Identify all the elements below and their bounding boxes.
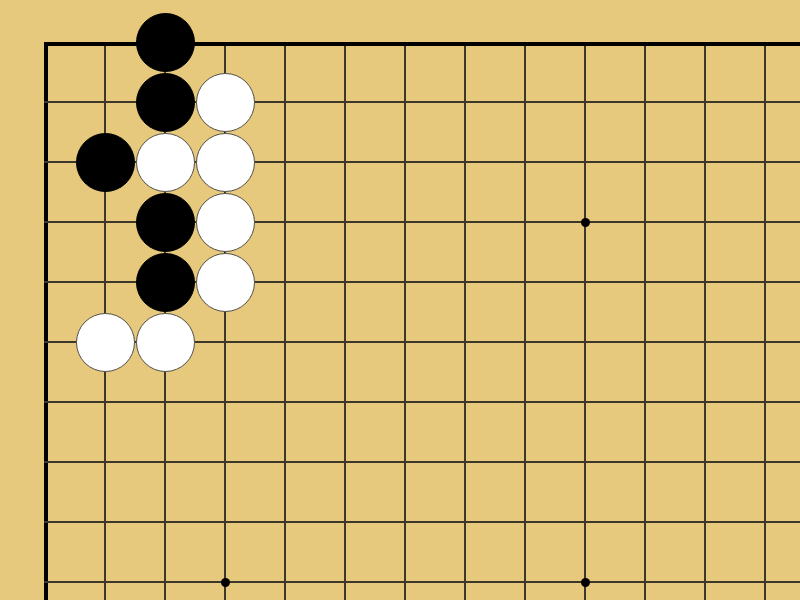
intersection-D19[interactable] [195,12,255,72]
intersection-N11[interactable] [735,492,795,552]
intersection-F14[interactable] [315,312,375,372]
intersection-L13[interactable] [615,372,675,432]
intersection-J13[interactable] [495,372,555,432]
intersection-B16[interactable] [75,192,135,252]
intersection-F18[interactable] [315,72,375,132]
intersection-A18[interactable] [15,72,75,132]
intersection-F16[interactable] [315,192,375,252]
intersection-G18[interactable] [375,72,435,132]
intersection-H16[interactable] [435,192,495,252]
intersection-C13[interactable] [135,372,195,432]
intersection-F13[interactable] [315,372,375,432]
intersection-H13[interactable] [435,372,495,432]
black-stone-C15 [136,253,195,312]
intersection-M15[interactable] [675,252,735,312]
black-stone-B17 [76,133,135,192]
white-stone-C14 [136,313,195,372]
intersection-N14[interactable] [735,312,795,372]
intersection-D12[interactable] [195,432,255,492]
intersection-B13[interactable] [75,372,135,432]
intersection-B14[interactable] [75,312,135,372]
intersection-A16[interactable] [15,192,75,252]
intersection-G11[interactable] [375,492,435,552]
intersection-L11[interactable] [615,492,675,552]
intersection-N18[interactable] [735,72,795,132]
intersection-J18[interactable] [495,72,555,132]
intersection-J11[interactable] [495,492,555,552]
intersection-D18[interactable] [195,72,255,132]
intersection-K10[interactable] [555,552,615,600]
intersection-F17[interactable] [315,132,375,192]
intersection-J16[interactable] [495,192,555,252]
intersection-D14[interactable] [195,312,255,372]
intersection-C15[interactable] [135,252,195,312]
intersection-J17[interactable] [495,132,555,192]
intersection-B15[interactable] [75,252,135,312]
intersection-L16[interactable] [615,192,675,252]
intersection-H10[interactable] [435,552,495,600]
intersection-H15[interactable] [435,252,495,312]
intersection-C17[interactable] [135,132,195,192]
intersection-G17[interactable] [375,132,435,192]
intersection-B11[interactable] [75,492,135,552]
intersection-E13[interactable] [255,372,315,432]
white-stone-D15 [196,253,255,312]
intersection-B19[interactable] [75,12,135,72]
intersection-D17[interactable] [195,132,255,192]
intersection-D16[interactable] [195,192,255,252]
intersection-G16[interactable] [375,192,435,252]
intersection-L17[interactable] [615,132,675,192]
intersection-H18[interactable] [435,72,495,132]
intersection-C14[interactable] [135,312,195,372]
white-stone-C17 [136,133,195,192]
intersection-M13[interactable] [675,372,735,432]
intersection-B17[interactable] [75,132,135,192]
intersection-A10[interactable] [15,552,75,600]
intersection-F12[interactable] [315,432,375,492]
intersection-A17[interactable] [15,132,75,192]
intersection-N13[interactable] [735,372,795,432]
intersection-N19[interactable] [735,12,795,72]
intersection-H12[interactable] [435,432,495,492]
intersection-A19[interactable] [15,12,75,72]
intersection-M17[interactable] [675,132,735,192]
intersection-G12[interactable] [375,432,435,492]
intersection-N12[interactable] [735,432,795,492]
intersection-B18[interactable] [75,72,135,132]
intersection-H19[interactable] [435,12,495,72]
intersection-K19[interactable] [555,12,615,72]
intersection-H11[interactable] [435,492,495,552]
intersection-E14[interactable] [255,312,315,372]
intersection-C19[interactable] [135,12,195,72]
intersection-L14[interactable] [615,312,675,372]
intersection-A13[interactable] [15,372,75,432]
intersection-J12[interactable] [495,432,555,492]
intersection-D11[interactable] [195,492,255,552]
intersection-G10[interactable] [375,552,435,600]
intersection-E18[interactable] [255,72,315,132]
intersection-F19[interactable] [315,12,375,72]
intersection-G15[interactable] [375,252,435,312]
intersection-J14[interactable] [495,312,555,372]
intersection-E19[interactable] [255,12,315,72]
intersection-G13[interactable] [375,372,435,432]
intersection-L18[interactable] [615,72,675,132]
intersection-A15[interactable] [15,252,75,312]
intersection-M14[interactable] [675,312,735,372]
intersection-K18[interactable] [555,72,615,132]
white-stone-D16 [196,193,255,252]
intersection-L10[interactable] [615,552,675,600]
intersection-G19[interactable] [375,12,435,72]
intersection-H17[interactable] [435,132,495,192]
intersection-C18[interactable] [135,72,195,132]
intersection-A14[interactable] [15,312,75,372]
intersection-C10[interactable] [135,552,195,600]
intersection-N15[interactable] [735,252,795,312]
intersection-A12[interactable] [15,432,75,492]
intersection-F11[interactable] [315,492,375,552]
intersection-J15[interactable] [495,252,555,312]
black-stone-C18 [136,73,195,132]
white-stone-D17 [196,133,255,192]
intersection-G14[interactable] [375,312,435,372]
intersection-J19[interactable] [495,12,555,72]
intersection-E10[interactable] [255,552,315,600]
intersection-E15[interactable] [255,252,315,312]
black-stone-C16 [136,193,195,252]
white-stone-B14 [76,313,135,372]
intersection-K13[interactable] [555,372,615,432]
intersection-D13[interactable] [195,372,255,432]
white-stone-D18 [196,73,255,132]
intersection-M19[interactable] [675,12,735,72]
intersection-D15[interactable] [195,252,255,312]
intersection-F10[interactable] [315,552,375,600]
intersection-N10[interactable] [735,552,795,600]
black-stone-C19 [136,13,195,72]
intersection-M12[interactable] [675,432,735,492]
intersection-K14[interactable] [555,312,615,372]
intersection-L19[interactable] [615,12,675,72]
intersection-D10[interactable] [195,552,255,600]
intersection-M10[interactable] [675,552,735,600]
intersection-C16[interactable] [135,192,195,252]
intersection-M18[interactable] [675,72,735,132]
intersection-E11[interactable] [255,492,315,552]
intersection-E16[interactable] [255,192,315,252]
intersection-M16[interactable] [675,192,735,252]
intersection-B10[interactable] [75,552,135,600]
intersection-K15[interactable] [555,252,615,312]
board-intersections [15,12,795,600]
intersection-M11[interactable] [675,492,735,552]
intersection-K17[interactable] [555,132,615,192]
intersection-A11[interactable] [15,492,75,552]
intersection-E17[interactable] [255,132,315,192]
intersection-K12[interactable] [555,432,615,492]
intersection-F15[interactable] [315,252,375,312]
intersection-H14[interactable] [435,312,495,372]
go-board[interactable] [0,0,800,600]
intersection-K16[interactable] [555,192,615,252]
intersection-C12[interactable] [135,432,195,492]
intersection-B12[interactable] [75,432,135,492]
intersection-L15[interactable] [615,252,675,312]
intersection-N16[interactable] [735,192,795,252]
intersection-K11[interactable] [555,492,615,552]
intersection-C11[interactable] [135,492,195,552]
intersection-E12[interactable] [255,432,315,492]
intersection-J10[interactable] [495,552,555,600]
intersection-L12[interactable] [615,432,675,492]
intersection-N17[interactable] [735,132,795,192]
